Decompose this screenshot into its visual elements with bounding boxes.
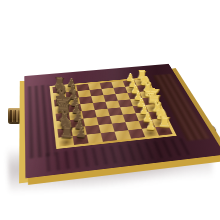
piece-black-pawn[interactable]: ♟ [73,124,88,139]
pawn-glyph: ♟ [145,119,156,132]
rook-glyph: ♜ [157,114,172,131]
square[interactable] [101,132,117,142]
square[interactable] [110,115,126,124]
square[interactable] [87,133,103,143]
pawn-glyph: ♟ [75,127,87,140]
front-margin-reflection [46,138,192,172]
square[interactable] [97,116,112,125]
square[interactable] [128,129,145,139]
square[interactable] [125,121,141,130]
chess-set-photo: ♜♟♟♜♞♟♟♞♝♟♟♝♚♟♟♚♛♟♟♛♝♟♟♝♞♟♟♞♜♟♟♜ [0,0,220,220]
foot-block [8,108,21,124]
chess-board: ♜♟♟♜♞♟♟♞♝♟♟♝♚♟♟♚♛♟♟♛♝♟♟♝♞♟♟♞♜♟♟♜ [24,64,220,178]
square[interactable] [123,113,139,122]
square[interactable] [99,124,115,134]
board-foot-back-left [8,108,21,124]
piece-white-rook[interactable]: ♜ [157,116,172,131]
square[interactable] [112,122,128,131]
square[interactable] [115,130,132,140]
board-wrap: ♜♟♟♜♞♟♟♞♝♟♟♝♚♟♟♚♛♟♟♛♝♟♟♝♞♟♟♞♜♟♟♜ [26,25,196,195]
piece-black-rook[interactable]: ♜ [59,126,75,141]
